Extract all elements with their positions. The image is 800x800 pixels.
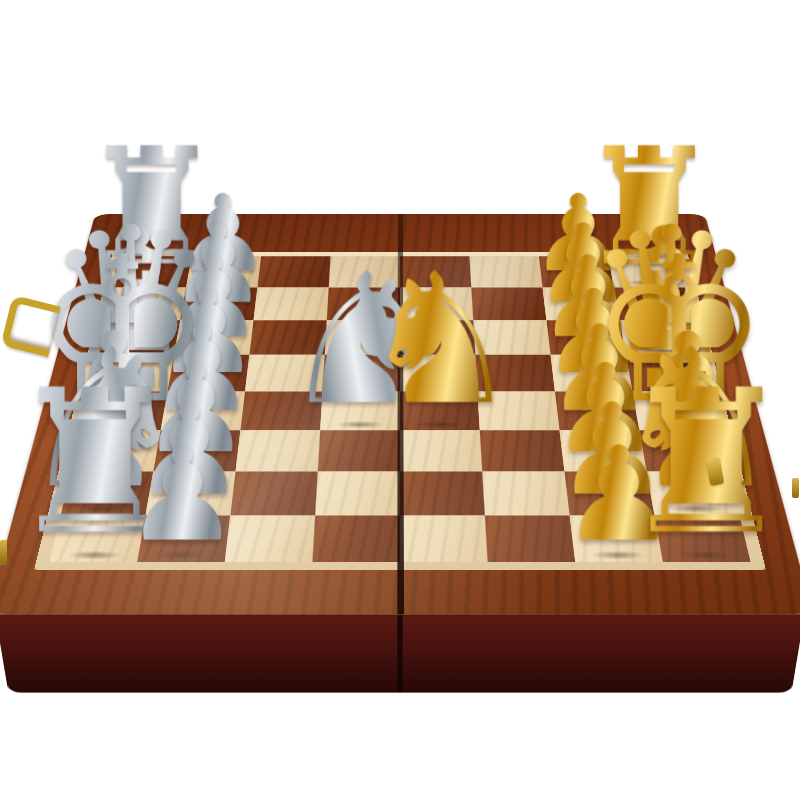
board-square <box>312 515 400 562</box>
box-side <box>0 614 800 692</box>
frame-line: ♜♟♟♜♟♟♝♟♟♝♛♟♟♛♚♟♞♞♟♚♝♟♟♝♞♟♟♞♜♟♟♜ <box>34 252 766 570</box>
board-square <box>400 472 485 516</box>
brass-hinge-tip-left <box>0 540 7 565</box>
board-square <box>315 472 400 516</box>
board-grid: ♜♟♟♜♟♟♝♟♟♝♛♟♟♛♚♟♞♞♟♚♝♟♟♝♞♟♟♞♜♟♟♜ <box>50 256 751 562</box>
gold-knight: ♞ <box>359 255 521 427</box>
board-square <box>400 515 488 562</box>
silver-pawn: ♟ <box>123 433 240 557</box>
chess-set-photo: ♜♟♟♜♟♟♝♟♟♝♛♟♟♛♚♟♞♞♟♚♝♟♟♝♞♟♟♞♜♟♟♜ <box>0 0 800 800</box>
board-square <box>400 430 482 471</box>
board-square: ♜ <box>655 515 751 562</box>
board-square: ♟ <box>137 515 230 562</box>
board-square: ♞ <box>400 391 480 430</box>
perspective-wrapper: ♜♟♟♜♟♟♝♟♟♝♛♟♟♛♚♟♞♞♟♚♝♟♟♝♞♟♟♞♜♟♟♜ <box>0 0 800 800</box>
board-square <box>318 430 400 471</box>
brass-hinge-tip-right <box>792 478 799 498</box>
board-3d: ♜♟♟♜♟♟♝♟♟♝♛♟♟♛♚♟♞♞♟♚♝♟♟♝♞♟♟♞♜♟♟♜ <box>0 214 800 614</box>
chess-board: ♜♟♟♜♟♟♝♟♟♝♛♟♟♛♚♟♞♞♟♚♝♟♟♝♞♟♟♞♜♟♟♜ <box>0 214 800 614</box>
